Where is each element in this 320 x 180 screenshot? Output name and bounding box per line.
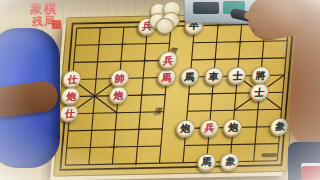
watermark-seal xyxy=(52,20,61,29)
watermark-line1: 象棋 xyxy=(26,2,62,16)
scene: 楚河 漢界 帥仕仕炮炮馬兵兵兵將士士象象馬馬車炮炮卒 象棋 残局 xyxy=(0,0,320,180)
captured-piece-disc xyxy=(156,18,174,34)
piece-red-soldier[interactable]: 兵 xyxy=(199,119,220,137)
piece-glyph: 車 xyxy=(208,69,219,83)
red-object xyxy=(301,163,320,180)
piece-red-soldier[interactable]: 兵 xyxy=(158,51,179,69)
piece-black-advisor[interactable]: 士 xyxy=(227,67,248,85)
piece-glyph: 兵 xyxy=(204,121,215,135)
piece-black-chariot[interactable]: 車 xyxy=(203,67,224,85)
piece-glyph: 將 xyxy=(255,68,266,82)
piece-glyph: 仕 xyxy=(67,72,78,86)
piece-red-advisor[interactable]: 仕 xyxy=(59,104,80,122)
piece-red-cannon[interactable]: 炮 xyxy=(108,86,129,104)
piece-glyph: 炮 xyxy=(228,120,239,134)
piece-black-advisor[interactable]: 士 xyxy=(249,83,270,101)
piece-red-advisor[interactable]: 仕 xyxy=(62,70,83,88)
piece-black-horse[interactable]: 馬 xyxy=(180,68,201,86)
piece-glyph: 象 xyxy=(275,119,286,133)
piece-glyph: 炮 xyxy=(113,89,124,103)
piece-black-elephant[interactable]: 象 xyxy=(220,152,241,170)
piece-black-king[interactable]: 將 xyxy=(251,66,272,84)
piece-glyph: 士 xyxy=(232,69,243,83)
piece-red-horse[interactable]: 馬 xyxy=(156,68,177,86)
piece-black-elephant[interactable]: 象 xyxy=(270,117,291,135)
piece-black-cannon[interactable]: 炮 xyxy=(223,118,244,136)
piece-glyph: 馬 xyxy=(161,70,172,84)
piece-glyph: 炮 xyxy=(180,121,191,135)
piece-glyph: 兵 xyxy=(163,53,174,67)
box-content-dark xyxy=(193,2,219,14)
piece-red-cannon[interactable]: 炮 xyxy=(61,87,82,105)
piece-glyph: 炮 xyxy=(66,90,77,104)
piece-black-cannon[interactable]: 炮 xyxy=(176,119,197,137)
piece-glyph: 帥 xyxy=(114,71,125,85)
piece-glyph: 馬 xyxy=(201,155,212,169)
piece-black-horse[interactable]: 馬 xyxy=(196,153,217,171)
piece-glyph: 象 xyxy=(225,155,236,169)
piece-glyph: 馬 xyxy=(185,70,196,84)
piece-red-king[interactable]: 帥 xyxy=(109,69,130,87)
piece-glyph: 仕 xyxy=(64,107,75,121)
piece-glyph: 士 xyxy=(254,86,265,100)
